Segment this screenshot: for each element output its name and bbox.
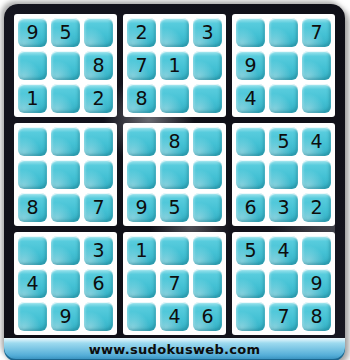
cell-r6c4[interactable]: 9 [127, 193, 156, 222]
cell-r5c2[interactable] [51, 160, 80, 189]
cell-r3c3[interactable]: 2 [84, 84, 113, 113]
cell-r7c3[interactable]: 3 [84, 236, 113, 265]
cell-r5c4[interactable] [127, 160, 156, 189]
cell-r1c4[interactable]: 2 [127, 18, 156, 47]
cell-r8c6[interactable] [193, 269, 222, 298]
cell-r6c8[interactable]: 3 [269, 193, 298, 222]
cell-r3c2[interactable] [51, 84, 80, 113]
cell-r5c9[interactable] [302, 160, 331, 189]
cell-r6c2[interactable] [51, 193, 80, 222]
box-9: 54978 [232, 232, 335, 335]
cell-r5c5[interactable] [160, 160, 189, 189]
cell-r3c5[interactable] [160, 84, 189, 113]
cell-r4c6[interactable] [193, 127, 222, 156]
cell-r7c7[interactable]: 5 [236, 236, 265, 265]
cell-r9c4[interactable] [127, 302, 156, 331]
cell-r2c8[interactable] [269, 51, 298, 80]
cell-r1c1[interactable]: 9 [18, 18, 47, 47]
cell-r3c1[interactable]: 1 [18, 84, 47, 113]
box-1: 95812 [14, 14, 117, 117]
cell-r2c5[interactable]: 1 [160, 51, 189, 80]
cell-r6c1[interactable]: 8 [18, 193, 47, 222]
cell-r1c2[interactable]: 5 [51, 18, 80, 47]
sudoku-grid-zone: 958122371879487895546323469174654978 [4, 4, 345, 335]
cell-r2c4[interactable]: 7 [127, 51, 156, 80]
cell-r9c2[interactable]: 9 [51, 302, 80, 331]
cell-r1c5[interactable] [160, 18, 189, 47]
cell-r5c3[interactable] [84, 160, 113, 189]
cell-r6c5[interactable]: 5 [160, 193, 189, 222]
cell-r2c2[interactable] [51, 51, 80, 80]
cell-r7c8[interactable]: 4 [269, 236, 298, 265]
cell-r7c1[interactable] [18, 236, 47, 265]
cell-r2c1[interactable] [18, 51, 47, 80]
cell-r1c8[interactable] [269, 18, 298, 47]
cell-r9c9[interactable]: 8 [302, 302, 331, 331]
box-5: 895 [123, 123, 226, 226]
box-8: 1746 [123, 232, 226, 335]
cell-r8c4[interactable] [127, 269, 156, 298]
cell-r3c4[interactable]: 8 [127, 84, 156, 113]
cell-r4c8[interactable]: 5 [269, 127, 298, 156]
cell-r6c9[interactable]: 2 [302, 193, 331, 222]
cell-r8c9[interactable]: 9 [302, 269, 331, 298]
cell-r2c3[interactable]: 8 [84, 51, 113, 80]
cell-r9c5[interactable]: 4 [160, 302, 189, 331]
cell-r2c7[interactable]: 9 [236, 51, 265, 80]
footer-bar: www.sudokusweb.com [4, 338, 345, 360]
cell-r1c6[interactable]: 3 [193, 18, 222, 47]
box-2: 23718 [123, 14, 226, 117]
cell-r9c8[interactable]: 7 [269, 302, 298, 331]
cell-r1c7[interactable] [236, 18, 265, 47]
cell-r7c6[interactable] [193, 236, 222, 265]
cell-r4c1[interactable] [18, 127, 47, 156]
cell-r3c8[interactable] [269, 84, 298, 113]
cell-r7c9[interactable] [302, 236, 331, 265]
cell-r4c3[interactable] [84, 127, 113, 156]
cell-r3c6[interactable] [193, 84, 222, 113]
cell-r5c8[interactable] [269, 160, 298, 189]
cell-r4c7[interactable] [236, 127, 265, 156]
cell-r9c7[interactable] [236, 302, 265, 331]
cell-r7c4[interactable]: 1 [127, 236, 156, 265]
footer-url-link[interactable]: www.sudokusweb.com [89, 342, 261, 357]
cell-r5c6[interactable] [193, 160, 222, 189]
sudoku-grid: 958122371879487895546323469174654978 [14, 14, 335, 335]
cell-r4c9[interactable]: 4 [302, 127, 331, 156]
cell-r8c2[interactable] [51, 269, 80, 298]
box-3: 794 [232, 14, 335, 117]
box-4: 87 [14, 123, 117, 226]
cell-r8c1[interactable]: 4 [18, 269, 47, 298]
cell-r4c5[interactable]: 8 [160, 127, 189, 156]
cell-r8c8[interactable] [269, 269, 298, 298]
cell-r9c6[interactable]: 6 [193, 302, 222, 331]
cell-r5c7[interactable] [236, 160, 265, 189]
cell-r8c7[interactable] [236, 269, 265, 298]
cell-r9c3[interactable] [84, 302, 113, 331]
cell-r2c6[interactable] [193, 51, 222, 80]
cell-r4c4[interactable] [127, 127, 156, 156]
cell-r7c5[interactable] [160, 236, 189, 265]
cell-r5c1[interactable] [18, 160, 47, 189]
cell-r9c1[interactable] [18, 302, 47, 331]
cell-r2c9[interactable] [302, 51, 331, 80]
cell-r6c3[interactable]: 7 [84, 193, 113, 222]
cell-r8c3[interactable]: 6 [84, 269, 113, 298]
sudoku-page: 958122371879487895546323469174654978 www… [0, 0, 350, 360]
cell-r3c7[interactable]: 4 [236, 84, 265, 113]
sudoku-board-frame: 958122371879487895546323469174654978 www… [4, 4, 345, 360]
cell-r7c2[interactable] [51, 236, 80, 265]
cell-r3c9[interactable] [302, 84, 331, 113]
cell-r6c7[interactable]: 6 [236, 193, 265, 222]
cell-r8c5[interactable]: 7 [160, 269, 189, 298]
cell-r6c6[interactable] [193, 193, 222, 222]
box-6: 54632 [232, 123, 335, 226]
cell-r4c2[interactable] [51, 127, 80, 156]
box-7: 3469 [14, 232, 117, 335]
cell-r1c9[interactable]: 7 [302, 18, 331, 47]
cell-r1c3[interactable] [84, 18, 113, 47]
